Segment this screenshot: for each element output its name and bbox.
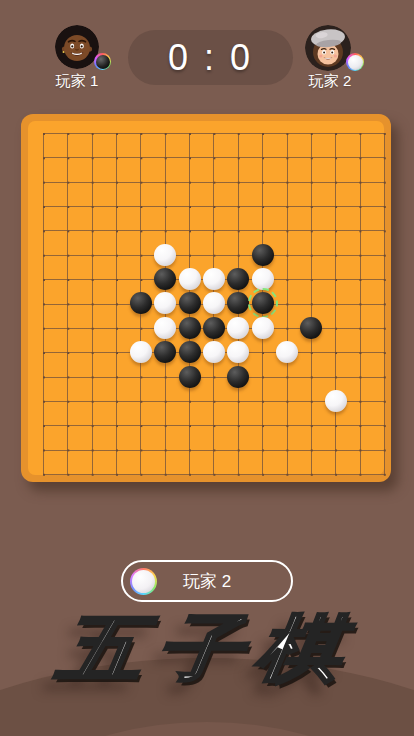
stone-black-c6r8: [179, 317, 201, 339]
board-surface[interactable]: [28, 121, 384, 475]
stone-black-c8r6: [227, 268, 249, 290]
stone-white-c5r5: [154, 244, 176, 266]
stone-black-c9r5: [252, 244, 274, 266]
app-root: 玩家 1 0 : 0: [0, 0, 414, 736]
stone-white-c9r8: [252, 317, 274, 339]
game-board[interactable]: [21, 114, 391, 482]
player2-white-stone-badge: [346, 53, 364, 71]
stone-black-c5r6: [154, 268, 176, 290]
stone-black-c5r9: [154, 341, 176, 363]
score-header: 玩家 1 0 : 0: [0, 0, 414, 100]
player2-avatar[interactable]: [305, 25, 351, 71]
stone-black-c8r10: [227, 366, 249, 388]
player2-name: 玩家 2: [285, 72, 375, 91]
stone-white-c7r7: [203, 292, 225, 314]
stone-white-c8r8: [227, 317, 249, 339]
stone-white-c7r6: [203, 268, 225, 290]
stone-white-c5r7: [154, 292, 176, 314]
stone-white-c8r9: [227, 341, 249, 363]
player1-black-stone-badge: [94, 53, 111, 70]
stone-white-c10r9: [276, 341, 298, 363]
stone-black-c11r8: [300, 317, 322, 339]
player1-avatar[interactable]: [55, 25, 99, 69]
stone-white-c7r9: [203, 341, 225, 363]
player1-face-icon: [55, 25, 99, 69]
turn-player-label: 玩家 2: [123, 562, 291, 600]
turn-indicator[interactable]: 玩家 2: [121, 560, 293, 602]
stone-white-c6r6: [179, 268, 201, 290]
stone-white-c5r8: [154, 317, 176, 339]
stone-black-c8r7: [227, 292, 249, 314]
stone-black-c6r10: [179, 366, 201, 388]
stone-black-c6r9: [179, 341, 201, 363]
stones-layer: [43, 133, 385, 475]
stone-black-c7r8: [203, 317, 225, 339]
stone-black-c6r7: [179, 292, 201, 314]
player1-name: 玩家 1: [32, 72, 122, 91]
stone-white-c4r9: [130, 341, 152, 363]
score-pill: 0 : 0: [128, 30, 293, 85]
game-title: 五子棋: [0, 601, 414, 696]
black-stone-icon: [96, 55, 110, 69]
stone-white-c9r6: [252, 268, 274, 290]
score-text: 0 : 0: [168, 37, 253, 79]
stone-white-c12r11: [325, 390, 347, 412]
player2-face-icon: [305, 25, 351, 71]
stone-black-c4r7: [130, 292, 152, 314]
white-stone-icon: [348, 55, 363, 70]
